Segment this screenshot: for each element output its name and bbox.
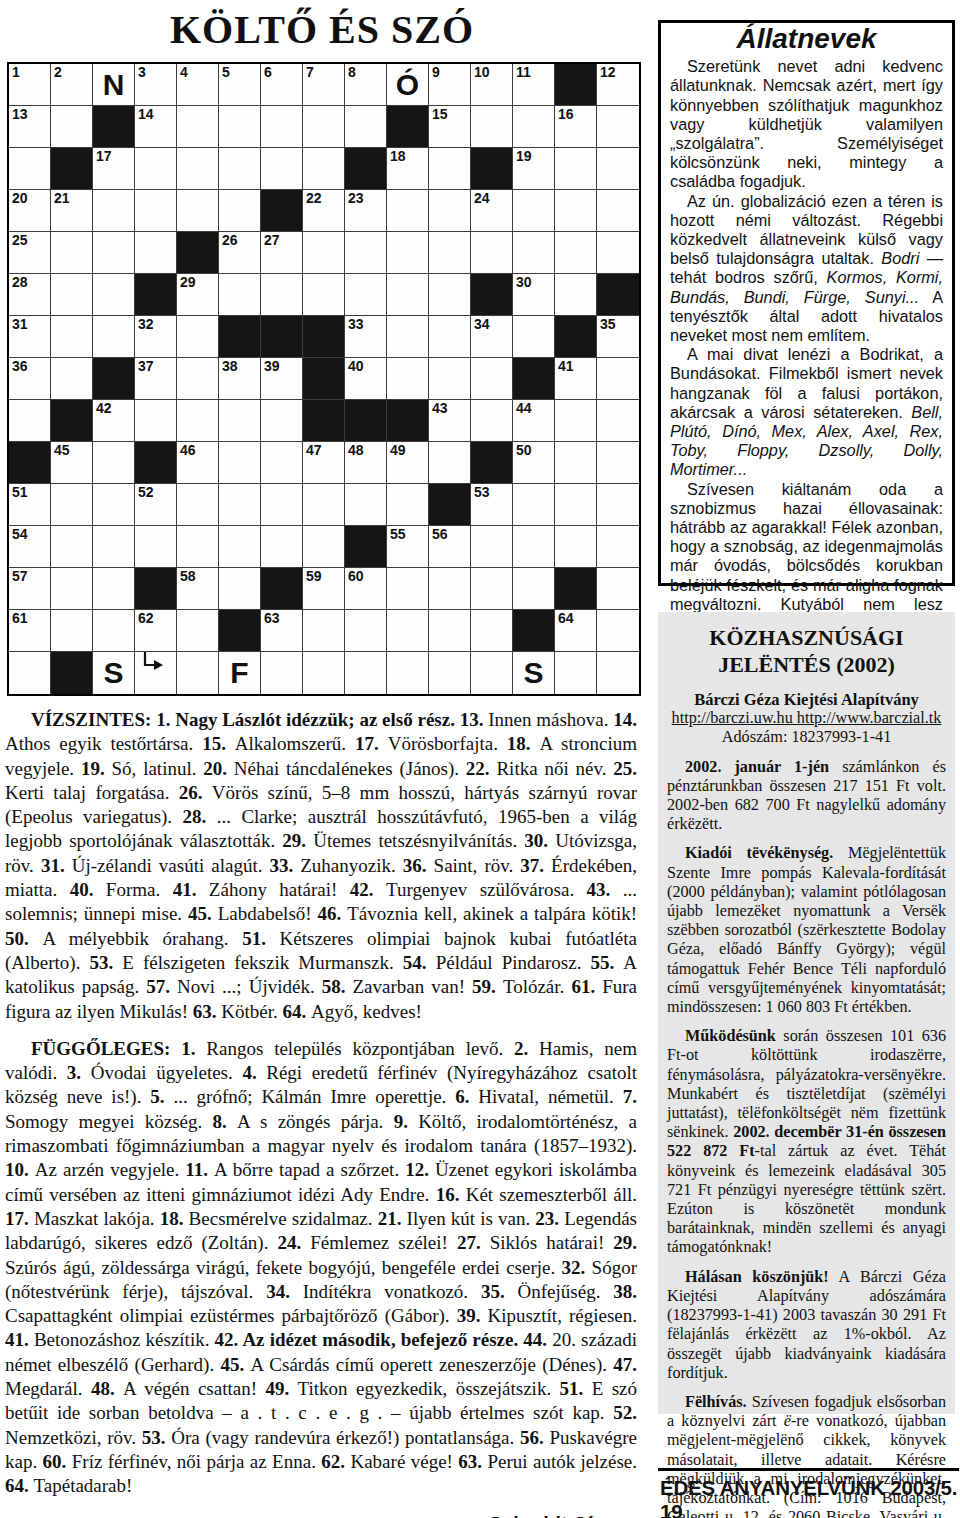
grid-cell-r6c4-black xyxy=(135,274,177,316)
text-segment: Óra (vagy randevúra érkező!) pontatlansá… xyxy=(171,1427,520,1448)
grid-cell-r1c7[interactable]: 6 xyxy=(261,64,303,106)
text-segment: Titkon egyezkedik, összejátszik. xyxy=(298,1378,560,1399)
grid-cell-r13c8[interactable]: 59 xyxy=(303,568,345,610)
grid-cell-r1c13[interactable]: 11 xyxy=(513,64,555,106)
grid-cell-r1c6[interactable]: 5 xyxy=(219,64,261,106)
cell-number: 6 xyxy=(264,64,272,80)
text-segment: Szúrós ágú, zöldessárga virágú, fekete b… xyxy=(5,1257,562,1278)
text-segment: 29. xyxy=(613,1232,637,1253)
cell-number: 8 xyxy=(348,64,356,80)
cell-number: 51 xyxy=(12,484,28,500)
grid-cell-r13c12[interactable] xyxy=(471,568,513,610)
grid-cell-r13c2[interactable] xyxy=(51,568,93,610)
cell-number: 31 xyxy=(12,316,28,332)
grid-cell-r1c15[interactable]: 12 xyxy=(597,64,639,106)
cell-number: 22 xyxy=(306,190,322,206)
grid-cell-r6c1[interactable]: 28 xyxy=(9,274,51,316)
grid-cell-r5c12[interactable] xyxy=(471,232,513,274)
text-segment: Rangos település központjában levő. xyxy=(206,1038,514,1059)
text-segment: 62. xyxy=(321,1451,350,1472)
grid-cell-r3c8[interactable] xyxy=(303,148,345,190)
grid-cell-r10c7[interactable] xyxy=(261,442,303,484)
grid-cell-r1c4[interactable]: 3 xyxy=(135,64,177,106)
text-segment: Szeretünk nevet adni kedvenc állatunknak… xyxy=(670,57,943,190)
grid-cell-r7c10[interactable] xyxy=(387,316,429,358)
grid-cell-r2c10-black xyxy=(387,106,429,148)
grid-cell-r13c11[interactable] xyxy=(429,568,471,610)
grid-cell-r10c11[interactable] xyxy=(429,442,471,484)
grid-cell-r4c7-black xyxy=(261,190,303,232)
grid-cell-r4c6[interactable] xyxy=(219,190,261,232)
grid-cell-r15c2-black xyxy=(51,652,93,694)
report-heading-line1: KÖZHASZNÚSÁGI xyxy=(709,625,903,650)
text-segment: 55. xyxy=(590,952,623,973)
grid-cell-r5c4[interactable] xyxy=(135,232,177,274)
grid-cell-r6c11[interactable] xyxy=(429,274,471,316)
text-segment: 51. xyxy=(242,928,279,949)
text-segment: 37. xyxy=(520,855,551,876)
grid-cell-r8c6[interactable]: 38 xyxy=(219,358,261,400)
grid-cell-r6c5[interactable]: 29 xyxy=(177,274,219,316)
grid-cell-r1c2[interactable]: 2 xyxy=(51,64,93,106)
text-segment: Alkalomszerű. xyxy=(235,733,355,754)
prefilled-letter: F xyxy=(219,652,260,694)
grid-cell-r2c14[interactable]: 16 xyxy=(555,106,597,148)
grid-cell-r14c2[interactable] xyxy=(51,610,93,652)
grid-cell-r10c1-black xyxy=(9,442,51,484)
grid-cell-r10c9[interactable]: 48 xyxy=(345,442,387,484)
text-segment: ë xyxy=(784,1412,791,1430)
text-segment: 1. xyxy=(181,1038,206,1059)
grid-cell-r15c15[interactable] xyxy=(597,652,639,694)
grid-cell-r12c3[interactable] xyxy=(93,526,135,568)
grid-cell-r1c1[interactable]: 1 xyxy=(9,64,51,106)
grid-cell-r2c12[interactable] xyxy=(471,106,513,148)
grid-cell-r10c3[interactable] xyxy=(93,442,135,484)
grid-cell-r14c12[interactable] xyxy=(471,610,513,652)
text-segment: A Csárdás című operett zeneszerzője (Dén… xyxy=(250,1354,613,1375)
text-segment: Indítékra vonatkozó. xyxy=(303,1281,481,1302)
grid-cell-r1c8[interactable]: 7 xyxy=(303,64,345,106)
grid-cell-r8c14[interactable]: 41 xyxy=(555,358,597,400)
grid-cell-r12c1[interactable]: 54 xyxy=(9,526,51,568)
text-segment: Siklós határai! xyxy=(490,1232,614,1253)
grid-cell-r6c13[interactable]: 30 xyxy=(513,274,555,316)
grid-cell-r1c9[interactable]: 8 xyxy=(345,64,387,106)
grid-cell-r12c7[interactable] xyxy=(261,526,303,568)
page-title: KÖLTŐ ÉS SZÓ xyxy=(0,6,644,53)
grid-cell-r4c9[interactable]: 23 xyxy=(345,190,387,232)
grid-cell-r5c11[interactable] xyxy=(429,232,471,274)
grid-cell-r3c5[interactable] xyxy=(177,148,219,190)
text-segment: Kipusztít, régiesen. xyxy=(487,1305,637,1326)
grid-cell-r12c11[interactable]: 56 xyxy=(429,526,471,568)
text-segment: Betonozáshoz készítik. xyxy=(34,1329,215,1350)
text-segment: 64. xyxy=(283,1001,312,1022)
grid-cell-r7c12[interactable]: 34 xyxy=(471,316,513,358)
cell-number: 39 xyxy=(264,358,280,374)
grid-cell-r7c3[interactable] xyxy=(93,316,135,358)
text-segment: Hálásan köszönjük! xyxy=(685,1268,829,1286)
grid-cell-r6c6[interactable] xyxy=(219,274,261,316)
text-segment: 29. xyxy=(282,830,313,851)
text-segment: 59. xyxy=(472,976,503,997)
grid-cell-r2c11[interactable]: 15 xyxy=(429,106,471,148)
grid-cell-r4c4[interactable] xyxy=(135,190,177,232)
grid-cell-r12c10[interactable]: 55 xyxy=(387,526,429,568)
grid-cell-r15c7[interactable] xyxy=(261,652,303,694)
grid-cell-r15c3[interactable]: S xyxy=(93,652,135,694)
grid-cell-r3c13[interactable]: 19 xyxy=(513,148,555,190)
grid-cell-r11c1[interactable]: 51 xyxy=(9,484,51,526)
grid-cell-r8c11[interactable] xyxy=(429,358,471,400)
text-segment: 56. xyxy=(520,1427,549,1448)
grid-cell-r11c3[interactable] xyxy=(93,484,135,526)
text-segment: Megdarál. xyxy=(5,1378,91,1399)
grid-cell-r4c14[interactable] xyxy=(555,190,597,232)
grid-cell-r1c5[interactable]: 4 xyxy=(177,64,219,106)
grid-cell-r15c8[interactable] xyxy=(303,652,345,694)
grid-cell-r4c2[interactable]: 21 xyxy=(51,190,93,232)
grid-cell-r12c13[interactable] xyxy=(513,526,555,568)
text-segment: VÍZSZINTES: xyxy=(31,709,156,730)
grid-cell-r3c4[interactable] xyxy=(135,148,177,190)
grid-cell-r6c8[interactable] xyxy=(303,274,345,316)
text-segment: 53. xyxy=(142,1427,171,1448)
grid-cell-r6c3[interactable] xyxy=(93,274,135,316)
grid-cell-r3c3[interactable]: 17 xyxy=(93,148,135,190)
grid-cell-r9c13[interactable]: 44 xyxy=(513,400,555,442)
magazine-page: KÖLTŐ ÉS SZÓ 12N345678Ó91011121314151617… xyxy=(0,0,960,1518)
grid-cell-r8c8-black xyxy=(303,358,345,400)
grid-cell-r4c13[interactable] xyxy=(513,190,555,232)
text-segment: Működésünk xyxy=(685,1027,776,1045)
cell-number: 56 xyxy=(432,526,448,542)
grid-cell-r5c9[interactable] xyxy=(345,232,387,274)
grid-cell-r5c7[interactable]: 27 xyxy=(261,232,303,274)
grid-cell-r5c8[interactable] xyxy=(303,232,345,274)
grid-cell-r8c7[interactable]: 39 xyxy=(261,358,303,400)
grid-cell-r2c9[interactable] xyxy=(345,106,387,148)
text-segment: 26. xyxy=(179,782,212,803)
grid-cell-r4c11[interactable] xyxy=(429,190,471,232)
cell-number: 35 xyxy=(600,316,616,332)
grid-cell-r11c9[interactable] xyxy=(345,484,387,526)
grid-cell-r10c14[interactable] xyxy=(555,442,597,484)
grid-cell-r14c4[interactable]: 62 xyxy=(135,610,177,652)
grid-cell-r15c12[interactable] xyxy=(471,652,513,694)
cell-number: 23 xyxy=(348,190,364,206)
grid-cell-r9c10-black xyxy=(387,400,429,442)
cell-number: 20 xyxy=(12,190,28,206)
grid-cell-r9c14[interactable] xyxy=(555,400,597,442)
grid-cell-r12c2[interactable] xyxy=(51,526,93,568)
text-segment: 32. xyxy=(562,1257,592,1278)
grid-cell-r11c10[interactable] xyxy=(387,484,429,526)
text-segment: Ütemes tetszésnyilvánítás. xyxy=(313,830,524,851)
text-segment: 41. xyxy=(173,879,209,900)
grid-cell-r9c1[interactable] xyxy=(9,400,51,442)
tax-number: Adószám: 18237993-1-41 xyxy=(667,728,946,747)
grid-cell-r2c8[interactable] xyxy=(303,106,345,148)
grid-cell-r8c2[interactable] xyxy=(51,358,93,400)
text-segment: Fémlemez szélei! xyxy=(310,1232,457,1253)
grid-cell-r11c7[interactable] xyxy=(261,484,303,526)
grid-cell-r2c15[interactable] xyxy=(597,106,639,148)
prefilled-letter: S xyxy=(513,652,554,694)
grid-cell-r15c13[interactable]: S xyxy=(513,652,555,694)
grid-cell-r12c5[interactable] xyxy=(177,526,219,568)
grid-cell-r13c1[interactable]: 57 xyxy=(9,568,51,610)
grid-cell-r1c10[interactable]: Ó xyxy=(387,64,429,106)
grid-cell-r11c8[interactable] xyxy=(303,484,345,526)
grid-cell-r14c5[interactable] xyxy=(177,610,219,652)
grid-cell-r14c1[interactable]: 61 xyxy=(9,610,51,652)
grid-cell-r11c13[interactable] xyxy=(513,484,555,526)
text-segment: 14. xyxy=(613,709,637,730)
text-segment: 3. xyxy=(67,1062,91,1083)
grid-cell-r7c5[interactable] xyxy=(177,316,219,358)
grid-cell-r14c3[interactable] xyxy=(93,610,135,652)
grid-cell-r8c12[interactable] xyxy=(471,358,513,400)
grid-cell-r7c13[interactable] xyxy=(513,316,555,358)
text-segment: 64. xyxy=(5,1475,34,1496)
grid-cell-r15c11[interactable] xyxy=(429,652,471,694)
grid-cell-r2c4[interactable]: 14 xyxy=(135,106,177,148)
grid-cell-r4c8[interactable]: 22 xyxy=(303,190,345,232)
grid-cell-r1c12[interactable]: 10 xyxy=(471,64,513,106)
grid-cell-r1c3[interactable]: N xyxy=(93,64,135,106)
grid-cell-r5c15[interactable] xyxy=(597,232,639,274)
grid-cell-r3c7[interactable] xyxy=(261,148,303,190)
grid-cell-r3c1[interactable] xyxy=(9,148,51,190)
grid-cell-r9c9-black xyxy=(345,400,387,442)
grid-cell-r10c13[interactable]: 50 xyxy=(513,442,555,484)
grid-cell-r5c1[interactable]: 25 xyxy=(9,232,51,274)
grid-cell-r15c5[interactable] xyxy=(177,652,219,694)
grid-cell-r2c5[interactable] xyxy=(177,106,219,148)
text-segment: 6. xyxy=(455,1086,478,1107)
grid-cell-r5c6[interactable]: 26 xyxy=(219,232,261,274)
cell-number: 58 xyxy=(180,568,196,584)
cell-number: 32 xyxy=(138,316,154,332)
grid-cell-r3c11[interactable] xyxy=(429,148,471,190)
grid-cell-r5c10[interactable] xyxy=(387,232,429,274)
grid-cell-r3c6[interactable] xyxy=(219,148,261,190)
grid-cell-r10c2[interactable]: 45 xyxy=(51,442,93,484)
text-segment: A bőrre tapad a szőrzet. xyxy=(214,1159,405,1180)
grid-cell-r11c4[interactable]: 52 xyxy=(135,484,177,526)
grid-cell-r13c5[interactable]: 58 xyxy=(177,568,219,610)
grid-cell-r11c5[interactable] xyxy=(177,484,219,526)
grid-cell-r13c9[interactable]: 60 xyxy=(345,568,387,610)
grid-cell-r11c12[interactable]: 53 xyxy=(471,484,513,526)
grid-cell-r1c11[interactable]: 9 xyxy=(429,64,471,106)
grid-cell-r2c13[interactable] xyxy=(513,106,555,148)
grid-cell-r12c14[interactable] xyxy=(555,526,597,568)
grid-cell-r3c10[interactable]: 18 xyxy=(387,148,429,190)
grid-cell-r6c2[interactable] xyxy=(51,274,93,316)
grid-cell-r9c11[interactable]: 43 xyxy=(429,400,471,442)
grid-cell-r2c7[interactable] xyxy=(261,106,303,148)
text-segment: Novi ...; Újvidék. xyxy=(177,976,322,997)
grid-cell-r14c10[interactable] xyxy=(387,610,429,652)
grid-cell-r7c9[interactable]: 33 xyxy=(345,316,387,358)
text-segment: Csapattagként olimpiai ezüstérmes párbaj… xyxy=(5,1305,457,1326)
grid-cell-r8c15[interactable] xyxy=(597,358,639,400)
grid-cell-r4c3[interactable] xyxy=(93,190,135,232)
text-segment: 50. xyxy=(5,928,42,949)
grid-cell-r8c13-black xyxy=(513,358,555,400)
grid-cell-r10c6[interactable] xyxy=(219,442,261,484)
grid-cell-r11c2[interactable] xyxy=(51,484,93,526)
cell-number: 55 xyxy=(390,526,406,542)
grid-cell-r8c1[interactable]: 36 xyxy=(9,358,51,400)
text-segment: 51. xyxy=(560,1378,592,1399)
grid-cell-r4c12[interactable]: 24 xyxy=(471,190,513,232)
text-segment: 39. xyxy=(457,1305,488,1326)
grid-cell-r9c15[interactable] xyxy=(597,400,639,442)
grid-cell-r11c15[interactable] xyxy=(597,484,639,526)
grid-cell-r5c2[interactable] xyxy=(51,232,93,274)
grid-cell-r7c1[interactable]: 31 xyxy=(9,316,51,358)
grid-cell-r14c9[interactable] xyxy=(345,610,387,652)
clues-section: VÍZSZINTES: 1. Nagy Lászlót idézzük; az … xyxy=(5,708,637,1518)
grid-cell-r6c14[interactable] xyxy=(555,274,597,316)
cell-number: 15 xyxy=(432,106,448,122)
cell-number: 25 xyxy=(12,232,28,248)
text-segment: 42. xyxy=(215,1329,243,1350)
text-segment: 44. xyxy=(523,1329,552,1350)
grid-cell-r10c15[interactable] xyxy=(597,442,639,484)
grid-cell-r8c4[interactable]: 37 xyxy=(135,358,177,400)
grid-cell-r9c6[interactable] xyxy=(219,400,261,442)
text-segment: 28. xyxy=(183,806,217,827)
grid-cell-r14c14[interactable]: 64 xyxy=(555,610,597,652)
grid-cell-r7c14-black xyxy=(555,316,597,358)
grid-cell-r13c10[interactable] xyxy=(387,568,429,610)
grid-cell-r13c15[interactable] xyxy=(597,568,639,610)
grid-cell-r10c8[interactable]: 47 xyxy=(303,442,345,484)
grid-cell-r3c2-black xyxy=(51,148,93,190)
prefilled-letter: Ó xyxy=(387,64,428,105)
grid-cell-r6c9[interactable] xyxy=(345,274,387,316)
text-segment: Ritka női név. xyxy=(496,758,613,779)
grid-cell-r7c15[interactable]: 35 xyxy=(597,316,639,358)
grid-cell-r14c7[interactable]: 63 xyxy=(261,610,303,652)
grid-cell-r2c1[interactable]: 13 xyxy=(9,106,51,148)
grid-cell-r3c15[interactable] xyxy=(597,148,639,190)
grid-cell-r12c4[interactable] xyxy=(135,526,177,568)
text-segment: 5. xyxy=(150,1086,173,1107)
grid-cell-r10c10[interactable]: 49 xyxy=(387,442,429,484)
text-segment: Távoznia kell, akinek a talpára kötik! xyxy=(347,903,637,924)
grid-cell-r13c3[interactable] xyxy=(93,568,135,610)
text-segment: 47. xyxy=(613,1354,637,1375)
grid-cell-r12c15[interactable] xyxy=(597,526,639,568)
grid-cell-r2c2[interactable] xyxy=(51,106,93,148)
report-paragraph: Kiadói tëvékënység. Mëgjelëntettük Szent… xyxy=(667,844,946,1017)
grid-cell-r13c6[interactable] xyxy=(219,568,261,610)
grid-cell-r11c6[interactable] xyxy=(219,484,261,526)
grid-cell-r7c2[interactable] xyxy=(51,316,93,358)
cell-number: 33 xyxy=(348,316,364,332)
grid-cell-r8c10[interactable] xyxy=(387,358,429,400)
grid-cell-r14c15[interactable] xyxy=(597,610,639,652)
cell-number: 26 xyxy=(222,232,238,248)
grid-cell-r13c13[interactable] xyxy=(513,568,555,610)
text-segment: Bodri xyxy=(881,249,919,267)
grid-cell-r3c9-black xyxy=(345,148,387,190)
grid-cell-r15c10[interactable] xyxy=(387,652,429,694)
grid-cell-r9c5[interactable] xyxy=(177,400,219,442)
text-segment: 63. xyxy=(193,1001,222,1022)
grid-cell-r12c6[interactable] xyxy=(219,526,261,568)
text-segment: 42. xyxy=(350,879,386,900)
grid-cell-r7c11[interactable] xyxy=(429,316,471,358)
grid-cell-r6c10[interactable] xyxy=(387,274,429,316)
grid-cell-r10c5[interactable]: 46 xyxy=(177,442,219,484)
grid-cell-r9c3[interactable]: 42 xyxy=(93,400,135,442)
foundation-name: Bárczi Géza Kiejtési Alapítvány xyxy=(667,690,946,709)
text-segment: 18. xyxy=(507,733,540,754)
grid-cell-r7c8-black xyxy=(303,316,345,358)
text-segment: 16. xyxy=(436,1184,466,1205)
grid-cell-r14c8[interactable] xyxy=(303,610,345,652)
grid-cell-r15c1[interactable] xyxy=(9,652,51,694)
grid-cell-r3c12-black xyxy=(471,148,513,190)
grid-cell-r7c4[interactable]: 32 xyxy=(135,316,177,358)
grid-cell-r9c12[interactable] xyxy=(471,400,513,442)
grid-cell-r15c4[interactable] xyxy=(135,652,177,694)
grid-cell-r4c15[interactable] xyxy=(597,190,639,232)
text-segment: 53. xyxy=(90,952,123,973)
text-segment: Önfejűség. xyxy=(518,1281,614,1302)
grid-cell-r15c9[interactable] xyxy=(345,652,387,694)
text-segment: 9. xyxy=(394,1111,419,1132)
grid-cell-r5c14[interactable] xyxy=(555,232,597,274)
foundation-urls[interactable]: http://barczi.uw.hu http://www.barczial.… xyxy=(667,709,946,728)
grid-cell-r4c1[interactable]: 20 xyxy=(9,190,51,232)
text-segment: Forma. xyxy=(106,879,173,900)
grid-cell-r9c7[interactable] xyxy=(261,400,303,442)
grid-cell-r8c5[interactable] xyxy=(177,358,219,400)
grid-cell-r12c12[interactable] xyxy=(471,526,513,568)
grid-cell-r12c8[interactable] xyxy=(303,526,345,568)
grid-cell-r14c11[interactable] xyxy=(429,610,471,652)
cell-number: 21 xyxy=(54,190,70,206)
grid-cell-r8c9[interactable]: 40 xyxy=(345,358,387,400)
grid-cell-r4c5[interactable] xyxy=(177,190,219,232)
grid-cell-r11c14[interactable] xyxy=(555,484,597,526)
grid-cell-r13c14-black xyxy=(555,568,597,610)
text-segment: 46. xyxy=(318,903,348,924)
grid-cell-r9c4[interactable] xyxy=(135,400,177,442)
text-segment: 52. xyxy=(613,1402,637,1423)
text-segment: Két szemeszterből áll. xyxy=(466,1184,637,1205)
grid-cell-r15c14[interactable] xyxy=(555,652,597,694)
grid-cell-r5c3[interactable] xyxy=(93,232,135,274)
text-segment: 43. xyxy=(587,879,623,900)
text-segment: 8. xyxy=(213,1111,238,1132)
grid-cell-r5c13[interactable] xyxy=(513,232,555,274)
grid-cell-r6c7[interactable] xyxy=(261,274,303,316)
grid-cell-r3c14[interactable] xyxy=(555,148,597,190)
grid-cell-r15c6[interactable]: F xyxy=(219,652,261,694)
grid-cell-r4c10[interactable] xyxy=(387,190,429,232)
text-segment: Szívesen kiáltanám oda a sznobizmus haza… xyxy=(670,480,943,632)
grid-cell-r2c6[interactable] xyxy=(219,106,261,148)
